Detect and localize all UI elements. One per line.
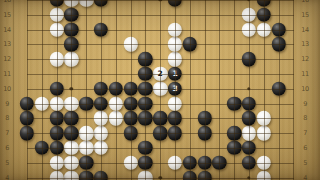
row-coordinate-label-right: 6 (303, 144, 307, 152)
row-coordinate-label-left: 10 (3, 85, 10, 93)
grid-line-vertical (219, 0, 220, 180)
row-coordinate-label-left: 12 (3, 55, 10, 63)
row-coordinate-label-right: 12 (301, 55, 308, 63)
grid-line-vertical (27, 0, 28, 180)
grid-line-vertical (160, 0, 161, 180)
row-coordinate-label-left: 8 (5, 114, 9, 122)
row-coordinate-label-right: 7 (303, 129, 307, 137)
grid-line-vertical (42, 0, 43, 180)
grid-line-vertical (131, 0, 132, 180)
go-board-screenshot: 3124567891011121314151645678910111213141… (0, 0, 320, 180)
row-coordinate-label-left: 9 (5, 100, 9, 108)
row-coordinate-label-right: 10 (301, 85, 308, 93)
row-coordinate-label-right: 16 (301, 0, 308, 4)
row-coordinate-label-left: 11 (3, 70, 10, 78)
grid-line-vertical (249, 0, 250, 180)
grid-line-vertical (116, 0, 117, 180)
grid-line-vertical (175, 0, 176, 180)
grid-line-vertical (279, 0, 280, 180)
row-coordinate-label-left: 7 (5, 129, 9, 137)
row-coordinate-label-right: 5 (303, 159, 307, 167)
row-coordinate-label-right: 15 (301, 11, 308, 19)
row-coordinate-label-right: 8 (303, 114, 307, 122)
row-coordinate-label-right: 13 (301, 40, 308, 48)
board-edge-crease (13, 0, 14, 180)
grid-line-vertical (234, 0, 235, 180)
row-coordinate-label-right: 9 (303, 100, 307, 108)
grid-line-vertical (101, 0, 102, 180)
grid-line-vertical (71, 0, 72, 180)
row-coordinate-label-left: 6 (5, 144, 9, 152)
row-coordinate-label-left: 5 (5, 159, 9, 167)
row-coordinate-label-left: 13 (3, 40, 10, 48)
grid-line-vertical (145, 0, 146, 180)
row-coordinate-label-left: 15 (3, 11, 10, 19)
grid-line-vertical (190, 0, 191, 180)
row-coordinate-label-left: 4 (5, 174, 9, 180)
grid-line-vertical (293, 0, 294, 180)
grid-line-vertical (205, 0, 206, 180)
row-coordinate-label-right: 14 (301, 26, 308, 34)
grid-line-vertical (86, 0, 87, 180)
row-coordinate-label-left: 16 (3, 0, 10, 4)
row-coordinate-label-right: 4 (303, 174, 307, 180)
row-coordinate-label-right: 11 (301, 70, 308, 78)
grid-line-vertical (264, 0, 265, 180)
row-coordinate-label-left: 14 (3, 26, 10, 34)
grid-line-vertical (57, 0, 58, 180)
